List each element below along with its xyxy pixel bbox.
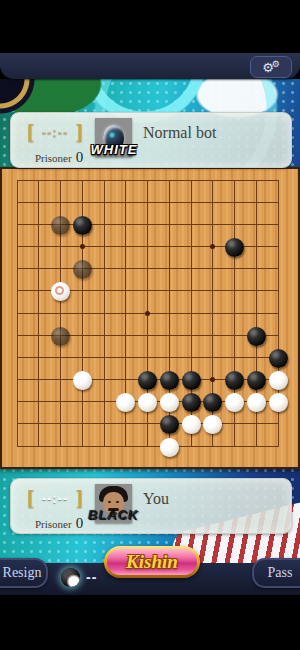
- black-stone: [73, 216, 92, 235]
- white-stone: [116, 393, 135, 412]
- white-prisoner-row: Prisoner0: [35, 149, 83, 166]
- star-point: [80, 244, 85, 249]
- status-bar: [0, 0, 300, 55]
- white-timer-value: --:--: [39, 125, 72, 140]
- black-player-panel: [ --:-- ] Prisoner0 BLACK You: [10, 478, 292, 534]
- black-stone: [225, 371, 244, 390]
- white-player-name: Normal bot: [143, 124, 216, 142]
- white-color-label: WHITE: [77, 142, 151, 157]
- gear-icon-small: ⚙: [272, 60, 280, 69]
- last-move-marker: [55, 286, 64, 295]
- go-board[interactable]: [0, 167, 300, 469]
- black-stone: [73, 260, 92, 279]
- kishin-logo-label: Kishin: [107, 549, 197, 575]
- avatar-eye: [108, 501, 111, 503]
- white-stone: [269, 371, 288, 390]
- app-screen: ⚙ ⚙ [ --:-- ] Prisoner0 WHITE Normal bot…: [0, 0, 300, 650]
- grid-line: [17, 446, 279, 447]
- white-stone: [247, 393, 266, 412]
- pass-button[interactable]: Pass: [252, 558, 300, 588]
- black-stone: [203, 393, 222, 412]
- black-stone: [182, 393, 201, 412]
- grid-line: [17, 423, 279, 424]
- white-stone: [269, 393, 288, 412]
- white-stone: [138, 393, 157, 412]
- star-point: [210, 244, 215, 249]
- black-timer-value: --:--: [39, 491, 72, 506]
- grid-line: [17, 357, 279, 358]
- black-stone: [138, 371, 157, 390]
- white-stone: [160, 393, 179, 412]
- avatar-eye: [116, 501, 119, 503]
- star-point: [210, 377, 215, 382]
- white-stone: [51, 282, 70, 301]
- black-prisoner-row: Prisoner0: [35, 515, 83, 532]
- timer-bracket-left: [: [27, 119, 34, 144]
- white-prisoner-label: Prisoner: [35, 152, 72, 164]
- white-stone: [203, 415, 222, 434]
- top-nav-bar: ⚙ ⚙: [0, 53, 300, 79]
- bot-avatar-glint: [109, 132, 115, 138]
- move-counter: --: [86, 569, 97, 585]
- black-stone: [225, 238, 244, 257]
- kishin-logo-button[interactable]: Kishin: [104, 546, 200, 578]
- black-color-label: BLACK: [77, 508, 151, 523]
- white-player-panel: [ --:-- ] Prisoner0 WHITE Normal bot: [10, 112, 292, 168]
- white-stone: [225, 393, 244, 412]
- timer-bracket-right: ]: [76, 119, 83, 144]
- black-stone: [160, 415, 179, 434]
- black-stone: [269, 349, 288, 368]
- white-stone: [73, 371, 92, 390]
- black-stone: [247, 327, 266, 346]
- star-point: [145, 311, 150, 316]
- black-prisoner-label: Prisoner: [35, 518, 72, 530]
- settings-button[interactable]: ⚙ ⚙: [250, 56, 292, 78]
- resign-button[interactable]: Resign: [0, 558, 48, 588]
- white-stone: [182, 415, 201, 434]
- black-stone: [51, 216, 70, 235]
- go-stone-icon: [61, 568, 80, 587]
- black-stone: [51, 327, 70, 346]
- black-player-name: You: [143, 490, 169, 508]
- screen-bottom-area: [0, 595, 300, 650]
- black-stone: [247, 371, 266, 390]
- black-stone: [160, 371, 179, 390]
- white-stone: [160, 438, 179, 457]
- black-stone: [182, 371, 201, 390]
- timer-bracket-left: [: [27, 485, 34, 510]
- timer-bracket-right: ]: [76, 485, 83, 510]
